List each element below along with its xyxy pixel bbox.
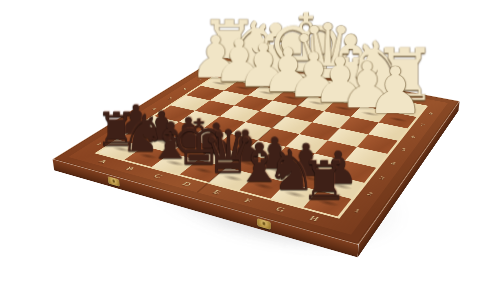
chess-board: ABCDEFGH 12345678 12345678 ♜♞♝♚♛♝♞♜♟♟♟♟♟… (53, 57, 460, 245)
product-photo: ABCDEFGH 12345678 12345678 ♜♞♝♚♛♝♞♜♟♟♟♟♟… (0, 0, 480, 296)
rook-glyph: ♜ (300, 154, 348, 207)
black-rook-h1[interactable]: ♜ (278, 154, 370, 207)
scene: ABCDEFGH 12345678 12345678 ♜♞♝♚♛♝♞♜♟♟♟♟♟… (0, 0, 480, 296)
